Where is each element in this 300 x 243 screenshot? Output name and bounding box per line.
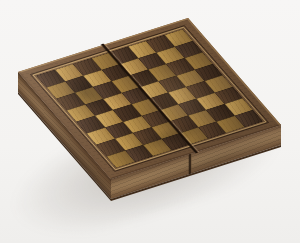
hinge-cut-front <box>188 153 191 174</box>
photo-canvas <box>0 0 300 243</box>
